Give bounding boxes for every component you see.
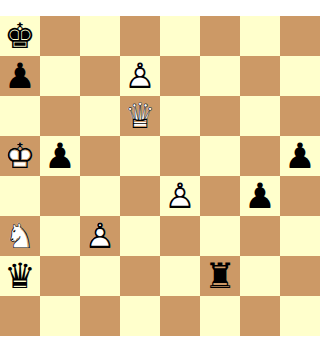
square-f5[interactable] [200,136,240,176]
chess-puzzle-window: BWTC.0922 ♚♟♟♙♛♕♚♔♟♟♟♙♟♞♘♟♙♛♜ 1. ? [0,0,320,360]
square-e2[interactable] [160,256,200,296]
piece-white-knight: ♞♘ [0,216,40,256]
square-b8[interactable] [40,16,80,56]
square-g2[interactable] [240,256,280,296]
square-d4[interactable] [120,176,160,216]
square-h7[interactable] [280,56,320,96]
square-b4[interactable] [40,176,80,216]
square-g4[interactable]: ♟ [240,176,280,216]
piece-black-rook: ♜ [200,256,240,296]
piece-black-king: ♚ [0,16,40,56]
piece-black-queen: ♛ [0,256,40,296]
piece-white-pawn: ♟♙ [160,176,200,216]
piece-black-pawn: ♟ [40,136,80,176]
square-a8[interactable]: ♚ [0,16,40,56]
square-a6[interactable] [0,96,40,136]
square-f1[interactable] [200,296,240,336]
square-h3[interactable] [280,216,320,256]
square-e8[interactable] [160,16,200,56]
square-d7[interactable]: ♟♙ [120,56,160,96]
square-c5[interactable] [80,136,120,176]
square-e6[interactable] [160,96,200,136]
square-b6[interactable] [40,96,80,136]
square-d2[interactable] [120,256,160,296]
square-a3[interactable]: ♞♘ [0,216,40,256]
piece-white-king: ♚♔ [0,136,40,176]
piece-white-pawn: ♟♙ [80,216,120,256]
square-h5[interactable]: ♟ [280,136,320,176]
square-d1[interactable] [120,296,160,336]
square-a2[interactable]: ♛ [0,256,40,296]
square-b5[interactable]: ♟ [40,136,80,176]
square-g8[interactable] [240,16,280,56]
square-h6[interactable] [280,96,320,136]
chess-board: ♚♟♟♙♛♕♚♔♟♟♟♙♟♞♘♟♙♛♜ [0,16,320,336]
square-g6[interactable] [240,96,280,136]
piece-white-pawn: ♟♙ [120,56,160,96]
square-d3[interactable] [120,216,160,256]
square-h4[interactable] [280,176,320,216]
square-b3[interactable] [40,216,80,256]
square-g7[interactable] [240,56,280,96]
square-e1[interactable] [160,296,200,336]
square-g1[interactable] [240,296,280,336]
square-c6[interactable] [80,96,120,136]
square-c8[interactable] [80,16,120,56]
square-b1[interactable] [40,296,80,336]
square-e5[interactable] [160,136,200,176]
square-g3[interactable] [240,216,280,256]
square-h1[interactable] [280,296,320,336]
square-h8[interactable] [280,16,320,56]
square-b7[interactable] [40,56,80,96]
square-g5[interactable] [240,136,280,176]
square-f6[interactable] [200,96,240,136]
square-c4[interactable] [80,176,120,216]
square-d5[interactable] [120,136,160,176]
square-d8[interactable] [120,16,160,56]
square-c1[interactable] [80,296,120,336]
title-bar: BWTC.0922 [0,0,320,16]
status-bar: 1. ? [0,336,320,360]
square-c3[interactable]: ♟♙ [80,216,120,256]
square-h2[interactable] [280,256,320,296]
square-a5[interactable]: ♚♔ [0,136,40,176]
square-b2[interactable] [40,256,80,296]
square-f7[interactable] [200,56,240,96]
square-c7[interactable] [80,56,120,96]
square-f8[interactable] [200,16,240,56]
square-a1[interactable] [0,296,40,336]
piece-black-pawn: ♟ [0,56,40,96]
square-a4[interactable] [0,176,40,216]
square-e3[interactable] [160,216,200,256]
piece-black-pawn: ♟ [240,176,280,216]
square-f3[interactable] [200,216,240,256]
square-f2[interactable]: ♜ [200,256,240,296]
piece-white-queen: ♛♕ [120,96,160,136]
square-c2[interactable] [80,256,120,296]
square-e7[interactable] [160,56,200,96]
square-e4[interactable]: ♟♙ [160,176,200,216]
square-d6[interactable]: ♛♕ [120,96,160,136]
square-f4[interactable] [200,176,240,216]
piece-black-pawn: ♟ [280,136,320,176]
square-a7[interactable]: ♟ [0,56,40,96]
